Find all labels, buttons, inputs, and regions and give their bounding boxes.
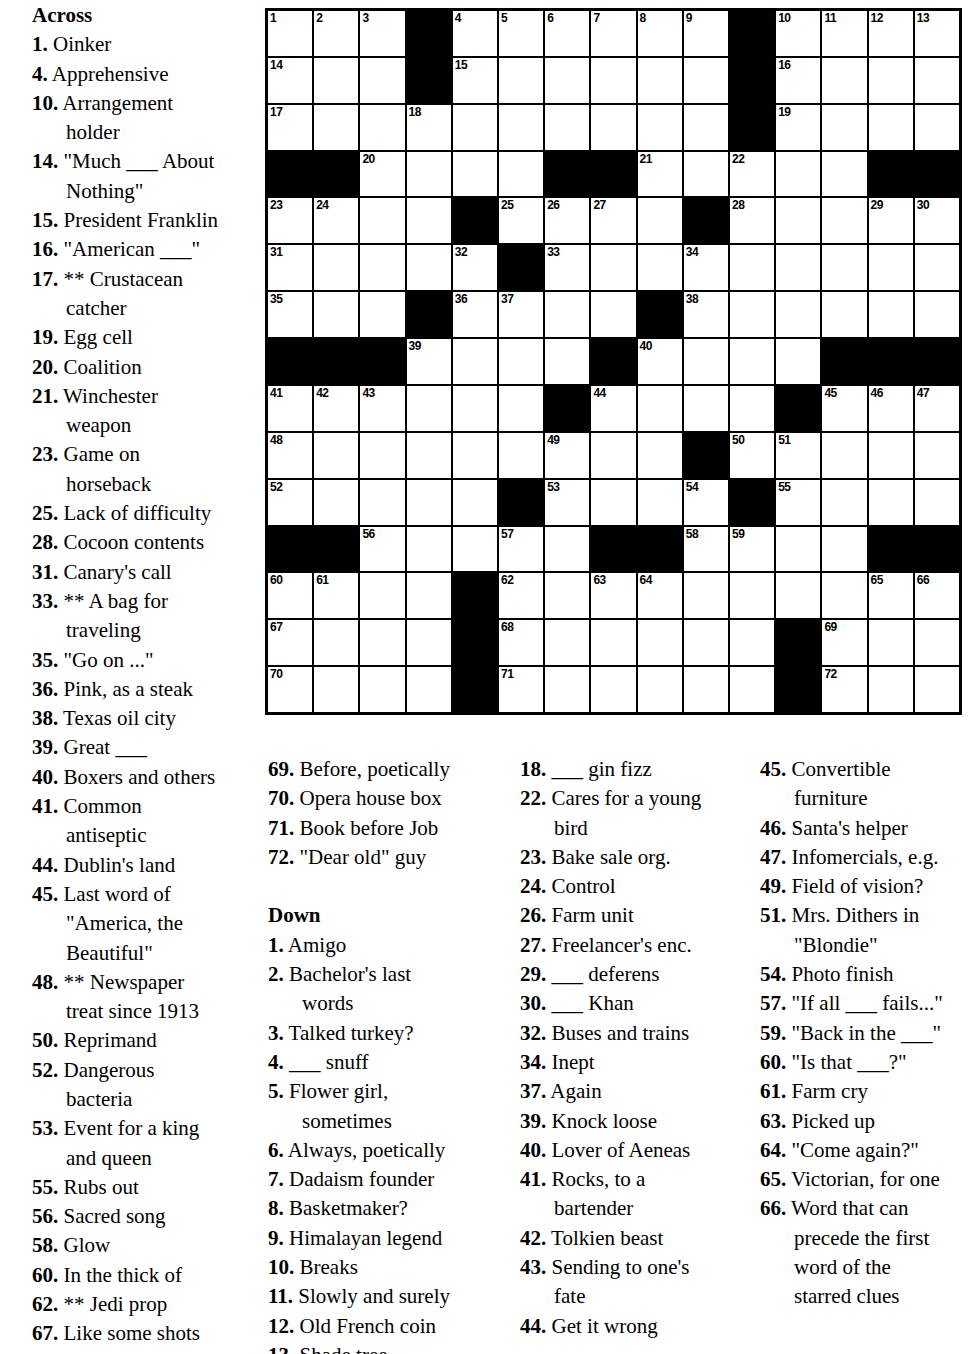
cell-r6c10[interactable]: 34 <box>684 245 728 290</box>
cell-r7c7[interactable] <box>545 292 589 337</box>
cell-r15c9[interactable] <box>638 667 682 712</box>
clue-number: 21. <box>32 384 58 408</box>
cell-r8c4[interactable]: 39 <box>407 339 451 384</box>
cell-r10c1[interactable]: 48 <box>268 433 312 478</box>
cell-r8c6[interactable] <box>499 339 543 384</box>
clue-down-4: 4. ___ snuff <box>268 1048 464 1077</box>
cell-r12c7[interactable] <box>545 527 589 572</box>
clue-across-53: 53. Event for a king and queen <box>32 1114 224 1173</box>
cell-r10c10-black <box>684 433 728 478</box>
cell-number: 23 <box>270 198 282 212</box>
cell-r11c15[interactable] <box>915 480 959 525</box>
clue-down-39: 39. Knock loose <box>520 1107 716 1136</box>
cell-r1c13[interactable]: 11 <box>822 11 866 56</box>
cell-r10c6[interactable] <box>499 433 543 478</box>
cell-r4c3[interactable]: 20 <box>360 152 404 197</box>
cell-r12c2-black <box>314 527 358 572</box>
cell-r3c2[interactable] <box>314 105 358 150</box>
cell-r5c3[interactable] <box>360 198 404 243</box>
cell-r14c11[interactable] <box>730 620 774 665</box>
cell-r5c7[interactable]: 26 <box>545 198 589 243</box>
cell-number: 46 <box>871 386 883 400</box>
cell-r2c10[interactable] <box>684 58 728 103</box>
cell-r9c9[interactable] <box>638 386 682 431</box>
cell-number: 26 <box>547 198 559 212</box>
cell-r15c15[interactable] <box>915 667 959 712</box>
cell-r6c8[interactable] <box>591 245 635 290</box>
cell-number: 17 <box>270 105 282 119</box>
cell-r10c4[interactable] <box>407 433 451 478</box>
cell-r13c11[interactable] <box>730 573 774 618</box>
cell-number: 34 <box>686 245 698 259</box>
cell-r7c5[interactable]: 36 <box>453 292 497 337</box>
clue-across-69: 69. Before, poetically <box>268 755 464 784</box>
cell-number: 30 <box>917 198 929 212</box>
cell-r10c7[interactable]: 49 <box>545 433 589 478</box>
cell-number: 67 <box>270 620 282 634</box>
cell-r4c11[interactable]: 22 <box>730 152 774 197</box>
cell-r15c6[interactable]: 71 <box>499 667 543 712</box>
clue-down-61: 61. Farm cry <box>760 1077 944 1106</box>
clue-number: 24. <box>520 874 546 898</box>
cell-r7c10[interactable]: 38 <box>684 292 728 337</box>
cell-r6c13[interactable] <box>822 245 866 290</box>
cell-r1c1[interactable]: 1 <box>268 11 312 56</box>
cell-r8c5[interactable] <box>453 339 497 384</box>
clue-number: 18. <box>520 757 546 781</box>
cell-number: 71 <box>501 667 513 681</box>
cell-r7c14[interactable] <box>869 292 913 337</box>
cell-r14c7[interactable] <box>545 620 589 665</box>
cell-r11c5[interactable] <box>453 480 497 525</box>
cell-r3c5[interactable] <box>453 105 497 150</box>
cell-r5c12[interactable] <box>776 198 820 243</box>
cell-r3c7[interactable] <box>545 105 589 150</box>
cell-r9c10[interactable] <box>684 386 728 431</box>
cell-r2c1[interactable]: 14 <box>268 58 312 103</box>
cell-r4c14-black <box>869 152 913 197</box>
cell-r8c7[interactable] <box>545 339 589 384</box>
clue-across-1: 1. Oinker <box>32 30 224 59</box>
cell-r3c13[interactable] <box>822 105 866 150</box>
cell-r10c9[interactable] <box>638 433 682 478</box>
cell-number: 24 <box>316 198 328 212</box>
cell-r11c14[interactable] <box>869 480 913 525</box>
cell-r1c15[interactable]: 13 <box>915 11 959 56</box>
cell-r6c1[interactable]: 31 <box>268 245 312 290</box>
cell-r15c11[interactable] <box>730 667 774 712</box>
cell-r13c12[interactable] <box>776 573 820 618</box>
cell-r9c13[interactable]: 45 <box>822 386 866 431</box>
cell-r15c14[interactable] <box>869 667 913 712</box>
cell-r13c6[interactable]: 62 <box>499 573 543 618</box>
cell-r6c5[interactable]: 32 <box>453 245 497 290</box>
cell-r5c11[interactable]: 28 <box>730 198 774 243</box>
cell-r13c7[interactable] <box>545 573 589 618</box>
across-header: Across <box>32 1 224 30</box>
cell-r10c12[interactable]: 51 <box>776 433 820 478</box>
clue-number: 22. <box>520 786 546 810</box>
cell-r1c5[interactable]: 4 <box>453 11 497 56</box>
cell-number: 18 <box>409 105 421 119</box>
clue-number: 40. <box>520 1138 546 1162</box>
cell-r2c6[interactable] <box>499 58 543 103</box>
cell-r13c3[interactable] <box>360 573 404 618</box>
cell-r2c4-black <box>407 58 451 103</box>
cell-r2c5[interactable]: 15 <box>453 58 497 103</box>
cell-r6c2[interactable] <box>314 245 358 290</box>
cell-r6c15[interactable] <box>915 245 959 290</box>
cell-r11c4[interactable] <box>407 480 451 525</box>
cell-r7c1[interactable]: 35 <box>268 292 312 337</box>
cell-r10c2[interactable] <box>314 433 358 478</box>
cell-r1c11-black <box>730 11 774 56</box>
cell-r7c12[interactable] <box>776 292 820 337</box>
cell-r3c6[interactable] <box>499 105 543 150</box>
cell-r8c9[interactable]: 40 <box>638 339 682 384</box>
cell-r9c8[interactable]: 44 <box>591 386 635 431</box>
cell-r7c6[interactable]: 37 <box>499 292 543 337</box>
cell-r12c15-black <box>915 527 959 572</box>
cell-r15c3[interactable] <box>360 667 404 712</box>
cell-r5c14[interactable]: 29 <box>869 198 913 243</box>
cell-r6c9[interactable] <box>638 245 682 290</box>
clue-down-45: 45. Convertible furniture <box>760 755 944 814</box>
cell-r14c6[interactable]: 68 <box>499 620 543 665</box>
cell-r9c3[interactable]: 43 <box>360 386 404 431</box>
cell-r2c2[interactable] <box>314 58 358 103</box>
cell-r2c9[interactable] <box>638 58 682 103</box>
cell-r1c3[interactable]: 3 <box>360 11 404 56</box>
clue-number: 56. <box>32 1204 58 1228</box>
clue-down-34: 34. Inept <box>520 1048 716 1077</box>
cell-r1c2[interactable]: 2 <box>314 11 358 56</box>
clue-down-5: 5. Flower girl, sometimes <box>268 1077 464 1136</box>
cell-r4c13[interactable] <box>822 152 866 197</box>
cell-number: 53 <box>547 480 559 494</box>
cell-r15c1[interactable]: 70 <box>268 667 312 712</box>
cell-r2c3[interactable] <box>360 58 404 103</box>
clue-number: 23. <box>520 845 546 869</box>
cell-r5c6[interactable]: 25 <box>499 198 543 243</box>
clue-down-11: 11. Slowly and surely <box>268 1282 464 1311</box>
cell-r1c12[interactable]: 10 <box>776 11 820 56</box>
clue-number: 59. <box>760 1021 786 1045</box>
clue-across-28: 28. Cocoon contents <box>32 528 224 557</box>
cell-r7c2[interactable] <box>314 292 358 337</box>
cell-r3c3[interactable] <box>360 105 404 150</box>
cell-r13c5-black <box>453 573 497 618</box>
cell-r7c4-black <box>407 292 451 337</box>
cell-number: 12 <box>871 11 883 25</box>
cell-r9c14[interactable]: 46 <box>869 386 913 431</box>
cell-r12c5[interactable] <box>453 527 497 572</box>
cell-r11c3[interactable] <box>360 480 404 525</box>
down-clues-list-2: 18. ___ gin fizz22. Cares for a young bi… <box>520 755 716 1341</box>
cell-r11c1[interactable]: 52 <box>268 480 312 525</box>
cell-r14c9[interactable] <box>638 620 682 665</box>
cell-r6c3[interactable] <box>360 245 404 290</box>
clue-across-41: 41. Common antiseptic <box>32 792 224 851</box>
cell-r14c15[interactable] <box>915 620 959 665</box>
clue-number: 60. <box>32 1263 58 1287</box>
cell-r7c13[interactable] <box>822 292 866 337</box>
cell-r6c14[interactable] <box>869 245 913 290</box>
cell-r3c8[interactable] <box>591 105 635 150</box>
cell-number: 38 <box>686 292 698 306</box>
cell-r10c13[interactable] <box>822 433 866 478</box>
clue-number: 2. <box>268 962 284 986</box>
cell-r10c3[interactable] <box>360 433 404 478</box>
cell-r11c8[interactable] <box>591 480 635 525</box>
clue-number: 47. <box>760 845 786 869</box>
cell-r4c5[interactable] <box>453 152 497 197</box>
cell-r6c4[interactable] <box>407 245 451 290</box>
cell-r2c7[interactable] <box>545 58 589 103</box>
clue-number: 41. <box>520 1167 546 1191</box>
clue-number: 57. <box>760 991 786 1015</box>
cell-r14c10[interactable] <box>684 620 728 665</box>
cell-r11c12[interactable]: 55 <box>776 480 820 525</box>
cell-r1c8[interactable]: 7 <box>591 11 635 56</box>
cell-r12c3[interactable]: 56 <box>360 527 404 572</box>
cell-r5c4[interactable] <box>407 198 451 243</box>
cell-r5c15[interactable]: 30 <box>915 198 959 243</box>
clue-number: 55. <box>32 1175 58 1199</box>
cell-r9c2[interactable]: 42 <box>314 386 358 431</box>
cell-r7c15[interactable] <box>915 292 959 337</box>
cell-r13c14[interactable]: 65 <box>869 573 913 618</box>
clue-down-59: 59. "Back in the ___" <box>760 1019 944 1048</box>
clue-across-67: 67. Like some shots <box>32 1319 224 1348</box>
cell-number: 7 <box>593 11 599 25</box>
cell-r9c15[interactable]: 47 <box>915 386 959 431</box>
clue-number: 15. <box>32 208 58 232</box>
cell-r9c11[interactable] <box>730 386 774 431</box>
cell-r12c4[interactable] <box>407 527 451 572</box>
cell-r15c2[interactable] <box>314 667 358 712</box>
clue-number: 35. <box>32 648 58 672</box>
cell-r5c2[interactable]: 24 <box>314 198 358 243</box>
cell-r2c12[interactable]: 16 <box>776 58 820 103</box>
cell-r14c8[interactable] <box>591 620 635 665</box>
cell-r11c10[interactable]: 54 <box>684 480 728 525</box>
cell-r11c6-black <box>499 480 543 525</box>
cell-r14c3[interactable] <box>360 620 404 665</box>
cell-number: 10 <box>778 11 790 25</box>
cell-r10c15[interactable] <box>915 433 959 478</box>
cell-r12c14-black <box>869 527 913 572</box>
cell-r3c10[interactable] <box>684 105 728 150</box>
cell-r5c13[interactable] <box>822 198 866 243</box>
cell-r1c6[interactable]: 5 <box>499 11 543 56</box>
cell-r14c13[interactable]: 69 <box>822 620 866 665</box>
clue-across-25: 25. Lack of difficulty <box>32 499 224 528</box>
cell-r8c10[interactable] <box>684 339 728 384</box>
cell-r12c12[interactable] <box>776 527 820 572</box>
clue-number: 53. <box>32 1116 58 1140</box>
cell-number: 61 <box>316 573 328 587</box>
cell-r14c14[interactable] <box>869 620 913 665</box>
cell-r13c10[interactable] <box>684 573 728 618</box>
cell-r1c9[interactable]: 8 <box>638 11 682 56</box>
clue-number: 42. <box>520 1226 546 1250</box>
cell-r12c10[interactable]: 58 <box>684 527 728 572</box>
cell-r14c4[interactable] <box>407 620 451 665</box>
cell-r4c12[interactable] <box>776 152 820 197</box>
cell-r2c8[interactable] <box>591 58 635 103</box>
cell-r4c10[interactable] <box>684 152 728 197</box>
cell-r13c4[interactable] <box>407 573 451 618</box>
cell-r8c11[interactable] <box>730 339 774 384</box>
cell-r4c4[interactable] <box>407 152 451 197</box>
cell-r12c6[interactable]: 57 <box>499 527 543 572</box>
clue-down-43: 43. Sending to one's fate <box>520 1253 716 1312</box>
clue-across-17: 17. ** Crustacean catcher <box>32 265 224 324</box>
clue-across-4: 4. Apprehensive <box>32 60 224 89</box>
cell-r3c14[interactable] <box>869 105 913 150</box>
cell-r7c11[interactable] <box>730 292 774 337</box>
cell-r14c1[interactable]: 67 <box>268 620 312 665</box>
cell-r11c13[interactable] <box>822 480 866 525</box>
cell-r7c9-black <box>638 292 682 337</box>
cell-r9c12-black <box>776 386 820 431</box>
cell-number: 29 <box>871 198 883 212</box>
cell-r13c9[interactable]: 64 <box>638 573 682 618</box>
clue-number: 16. <box>32 237 58 261</box>
cell-number: 33 <box>547 245 559 259</box>
clue-number: 45. <box>760 757 786 781</box>
cell-number: 13 <box>917 11 929 25</box>
clue-number: 27. <box>520 933 546 957</box>
cell-number: 47 <box>917 386 929 400</box>
cell-r3c12[interactable]: 19 <box>776 105 820 150</box>
cell-r13c2[interactable]: 61 <box>314 573 358 618</box>
cell-r12c13[interactable] <box>822 527 866 572</box>
cell-r10c8[interactable] <box>591 433 635 478</box>
cell-r9c5[interactable] <box>453 386 497 431</box>
clue-down-42: 42. Tolkien beast <box>520 1224 716 1253</box>
clue-number: 28. <box>32 530 58 554</box>
cell-r9c4[interactable] <box>407 386 451 431</box>
cell-r3c4[interactable]: 18 <box>407 105 451 150</box>
clue-down-12: 12. Old French coin <box>268 1312 464 1341</box>
cell-r9c6[interactable] <box>499 386 543 431</box>
clue-number: 4. <box>32 62 48 86</box>
cell-r14c2[interactable] <box>314 620 358 665</box>
cell-r15c8[interactable] <box>591 667 635 712</box>
cell-r11c9[interactable] <box>638 480 682 525</box>
clue-across-33: 33. ** A bag for traveling <box>32 587 224 646</box>
cell-r2c14[interactable] <box>869 58 913 103</box>
clue-down-6: 6. Always, poetically <box>268 1136 464 1165</box>
cell-r6c12[interactable] <box>776 245 820 290</box>
clue-number: 12. <box>268 1314 294 1338</box>
clue-down-51: 51. Mrs. Dithers in "Blondie" <box>760 901 944 960</box>
clue-down-46: 46. Santa's helper <box>760 814 944 843</box>
cell-r9c1[interactable]: 41 <box>268 386 312 431</box>
cell-r4c8-black <box>591 152 635 197</box>
cell-r4c9[interactable]: 21 <box>638 152 682 197</box>
cell-r13c1[interactable]: 60 <box>268 573 312 618</box>
clue-number: 44. <box>520 1314 546 1338</box>
cell-r15c4[interactable] <box>407 667 451 712</box>
cell-r5c1[interactable]: 23 <box>268 198 312 243</box>
cell-r8c12[interactable] <box>776 339 820 384</box>
clue-across-14: 14. "Much ___ About Nothing" <box>32 147 224 206</box>
cell-r6c11[interactable] <box>730 245 774 290</box>
cell-r12c11[interactable]: 59 <box>730 527 774 572</box>
clue-number: 71. <box>268 816 294 840</box>
cell-r8c2-black <box>314 339 358 384</box>
cell-r6c7[interactable]: 33 <box>545 245 589 290</box>
cell-r4c6[interactable] <box>499 152 543 197</box>
cell-r15c7[interactable] <box>545 667 589 712</box>
clue-across-20: 20. Coalition <box>32 353 224 382</box>
cell-r7c3[interactable] <box>360 292 404 337</box>
clue-number: 23. <box>32 442 58 466</box>
clue-across-16: 16. "American ___" <box>32 235 224 264</box>
cell-r10c14[interactable] <box>869 433 913 478</box>
cell-r14c5-black <box>453 620 497 665</box>
clue-down-66: 66. Word that can precede the first word… <box>760 1194 944 1311</box>
cell-number: 22 <box>732 152 744 166</box>
cell-r5c8[interactable]: 27 <box>591 198 635 243</box>
cell-r13c8[interactable]: 63 <box>591 573 635 618</box>
cell-r2c15[interactable] <box>915 58 959 103</box>
cell-r1c14[interactable]: 12 <box>869 11 913 56</box>
cell-number: 14 <box>270 58 282 72</box>
cell-r14c12-black <box>776 620 820 665</box>
clue-across-36: 36. Pink, as a steak <box>32 675 224 704</box>
cell-r1c7[interactable]: 6 <box>545 11 589 56</box>
cell-r3c9[interactable] <box>638 105 682 150</box>
cell-r1c10[interactable]: 9 <box>684 11 728 56</box>
cell-r13c15[interactable]: 66 <box>915 573 959 618</box>
cell-number: 56 <box>362 527 374 541</box>
cell-r3c15[interactable] <box>915 105 959 150</box>
cell-number: 68 <box>501 620 513 634</box>
clue-down-22: 22. Cares for a young bird <box>520 784 716 843</box>
cell-r11c2[interactable] <box>314 480 358 525</box>
cell-r3c11-black <box>730 105 774 150</box>
clue-number: 52. <box>32 1058 58 1082</box>
cell-r7c8[interactable] <box>591 292 635 337</box>
clue-number: 5. <box>268 1079 284 1103</box>
clue-number: 17. <box>32 267 58 291</box>
cell-r2c13[interactable] <box>822 58 866 103</box>
clue-across-70: 70. Opera house box <box>268 784 464 813</box>
clue-across-68: 68. Camporee crew <box>32 1349 224 1354</box>
cell-r3c1[interactable]: 17 <box>268 105 312 150</box>
cell-r13c13[interactable] <box>822 573 866 618</box>
cell-number: 51 <box>778 433 790 447</box>
cell-number: 25 <box>501 198 513 212</box>
clue-down-13: 13. Shade tree <box>268 1341 464 1354</box>
cell-r11c7[interactable]: 53 <box>545 480 589 525</box>
clue-number: 68. <box>32 1351 58 1354</box>
cell-r2c11-black <box>730 58 774 103</box>
down-clue-column-2: 18. ___ gin fizz22. Cares for a young bi… <box>520 755 716 1341</box>
clue-down-37: 37. Again <box>520 1077 716 1106</box>
cell-r5c9[interactable] <box>638 198 682 243</box>
clue-across-72: 72. "Dear old" guy <box>268 843 464 872</box>
cell-r10c5[interactable] <box>453 433 497 478</box>
cell-r15c13[interactable]: 72 <box>822 667 866 712</box>
cell-r15c10[interactable] <box>684 667 728 712</box>
cell-r10c11[interactable]: 50 <box>730 433 774 478</box>
cell-number: 66 <box>917 573 929 587</box>
